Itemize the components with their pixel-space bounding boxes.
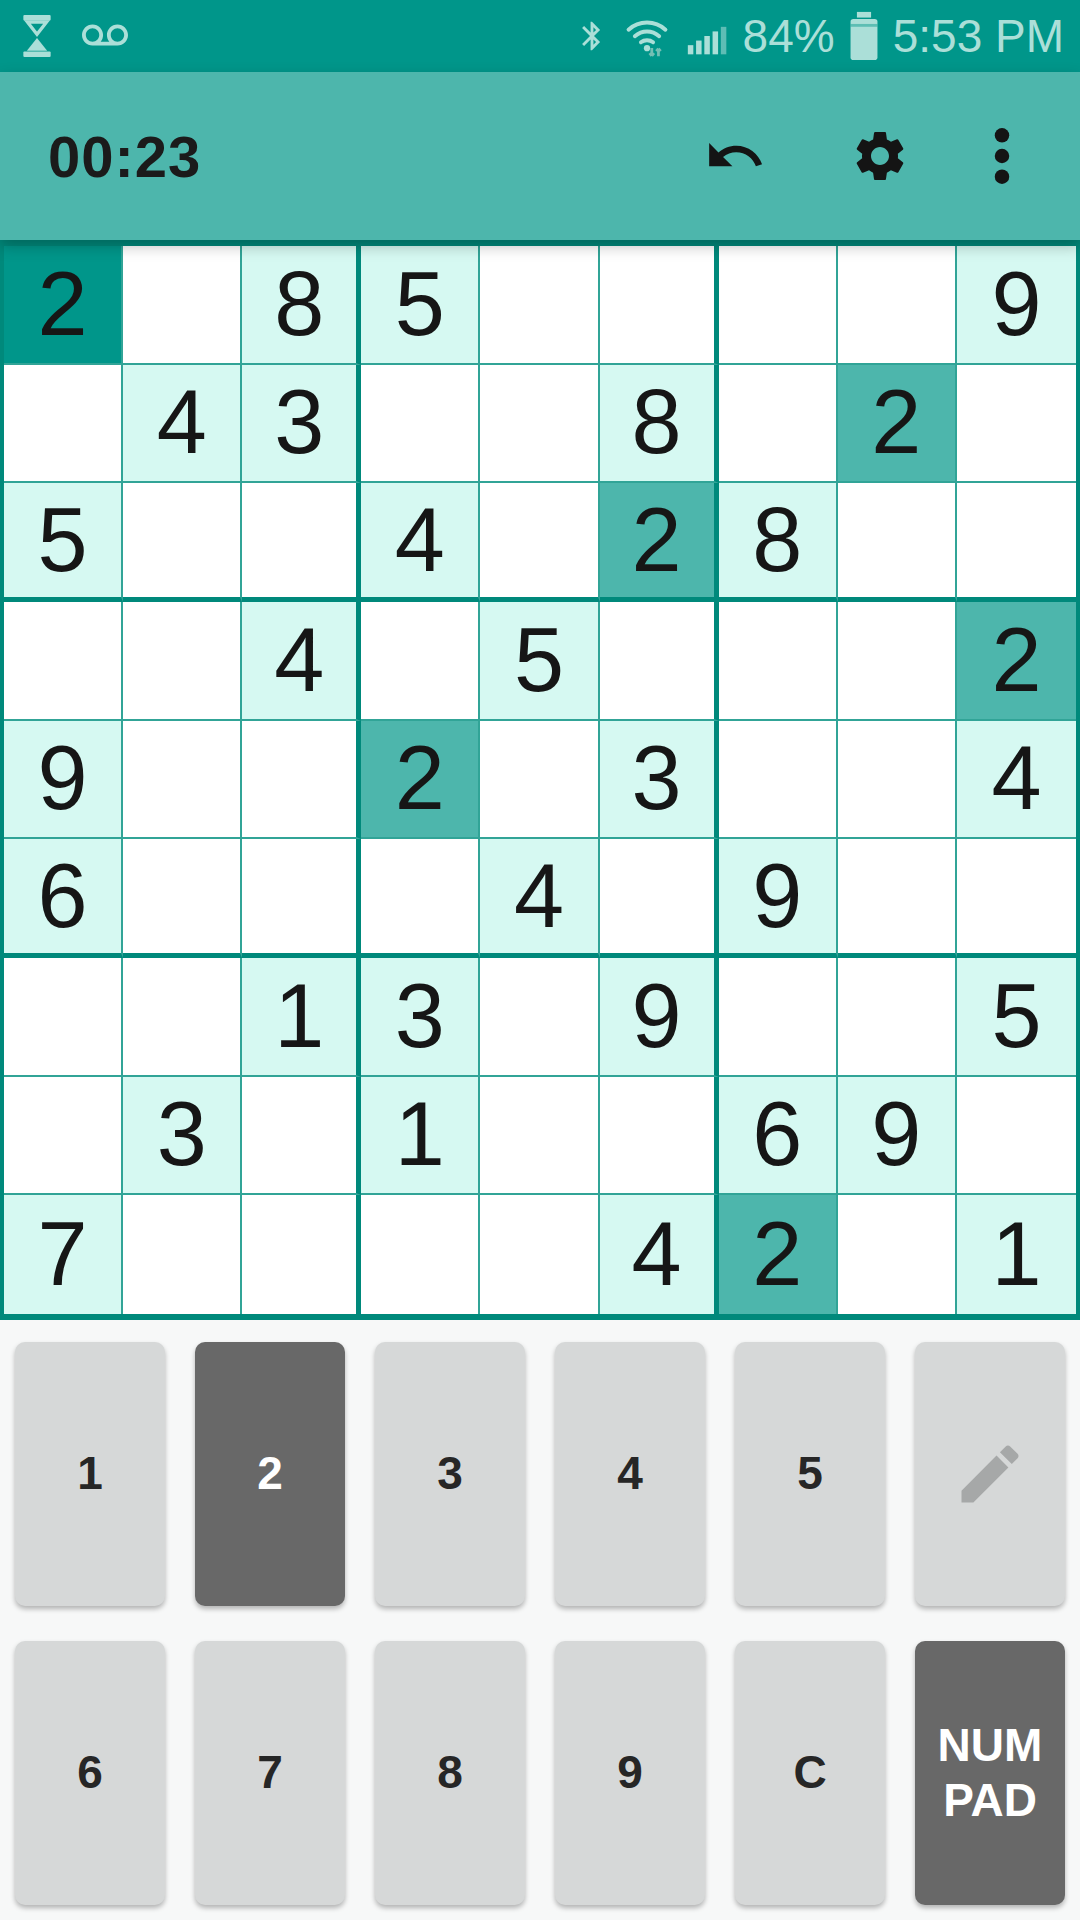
settings-button[interactable] — [850, 126, 910, 186]
sudoku-cell-r9c3[interactable] — [242, 1195, 361, 1314]
numpad-key-6[interactable]: 6 — [15, 1641, 165, 1905]
sudoku-cell-r5c8[interactable] — [838, 721, 957, 840]
sudoku-cell-r2c9[interactable] — [957, 365, 1076, 484]
pencil-button[interactable] — [915, 1342, 1065, 1606]
status-bar-left — [16, 13, 134, 59]
sudoku-cell-r5c4[interactable]: 2 — [361, 721, 480, 840]
sudoku-cell-r4c2[interactable] — [123, 602, 242, 721]
sudoku-cell-r1c3[interactable]: 8 — [242, 246, 361, 365]
numpad-key-3[interactable]: 3 — [375, 1342, 525, 1606]
bluetooth-icon — [575, 14, 609, 58]
sudoku-cell-r5c7[interactable] — [719, 721, 838, 840]
sudoku-cell-r3c2[interactable] — [123, 483, 242, 602]
sudoku-cell-r8c7[interactable]: 6 — [719, 1077, 838, 1196]
sudoku-cell-r1c9[interactable]: 9 — [957, 246, 1076, 365]
voicemail-icon — [76, 13, 134, 59]
numpad-row1: 12345 — [15, 1342, 1065, 1606]
sudoku-cell-r1c1[interactable]: 2 — [4, 246, 123, 365]
numpad-key-5[interactable]: 5 — [735, 1342, 885, 1606]
sudoku-cell-r5c2[interactable] — [123, 721, 242, 840]
numpad-key-4[interactable]: 4 — [555, 1342, 705, 1606]
sudoku-cell-r1c5[interactable] — [480, 246, 599, 365]
sudoku-cell-r9c1[interactable]: 7 — [4, 1195, 123, 1314]
sudoku-cell-r4c1[interactable] — [4, 602, 123, 721]
numpad-key-7[interactable]: 7 — [195, 1641, 345, 1905]
undo-icon — [704, 125, 766, 187]
sudoku-cell-r9c2[interactable] — [123, 1195, 242, 1314]
numpad-key-num-pad[interactable]: NUM PAD — [915, 1641, 1065, 1905]
sudoku-cell-r8c6[interactable] — [600, 1077, 719, 1196]
sudoku-cell-r7c8[interactable] — [838, 958, 957, 1077]
sudoku-cell-r5c3[interactable] — [242, 721, 361, 840]
sudoku-cell-r7c1[interactable] — [4, 958, 123, 1077]
sudoku-cell-r1c2[interactable] — [123, 246, 242, 365]
numpad-key-9[interactable]: 9 — [555, 1641, 705, 1905]
sudoku-cell-r6c4[interactable] — [361, 839, 480, 958]
sudoku-cell-r1c8[interactable] — [838, 246, 957, 365]
clock-time: 5:53 PM — [893, 13, 1064, 59]
signal-icon — [685, 14, 731, 58]
sudoku-cell-r6c9[interactable] — [957, 839, 1076, 958]
wifi-icon — [621, 12, 673, 60]
sudoku-cell-r5c9[interactable]: 4 — [957, 721, 1076, 840]
sudoku-cell-r1c4[interactable]: 5 — [361, 246, 480, 365]
sudoku-cell-r8c5[interactable] — [480, 1077, 599, 1196]
sudoku-cell-r6c6[interactable] — [600, 839, 719, 958]
numpad-row2: 6789CNUM PAD — [15, 1641, 1065, 1905]
app-bar: 00:23 — [0, 72, 1080, 240]
sudoku-cell-r4c4[interactable] — [361, 602, 480, 721]
sudoku-cell-r6c2[interactable] — [123, 839, 242, 958]
sudoku-cell-r4c5[interactable]: 5 — [480, 602, 599, 721]
sudoku-cell-r2c2[interactable]: 4 — [123, 365, 242, 484]
number-pad: 12345 6789CNUM PAD — [0, 1320, 1080, 1905]
sudoku-cell-r3c7[interactable]: 8 — [719, 483, 838, 602]
sudoku-cell-r7c4[interactable]: 3 — [361, 958, 480, 1077]
sudoku-cell-r8c4[interactable]: 1 — [361, 1077, 480, 1196]
overflow-menu-button[interactable] — [994, 125, 1010, 187]
sudoku-board: 2859438254284529234649139531697421 — [0, 240, 1080, 1320]
sudoku-cell-r7c3[interactable]: 1 — [242, 958, 361, 1077]
sudoku-cell-r2c3[interactable]: 3 — [242, 365, 361, 484]
sudoku-cell-r7c2[interactable] — [123, 958, 242, 1077]
numpad-key-1[interactable]: 1 — [15, 1342, 165, 1606]
sudoku-cell-r6c7[interactable]: 9 — [719, 839, 838, 958]
sudoku-cell-r7c9[interactable]: 5 — [957, 958, 1076, 1077]
settings-gear-icon — [850, 126, 910, 186]
sudoku-cell-r1c7[interactable] — [719, 246, 838, 365]
sudoku-cell-r9c4[interactable] — [361, 1195, 480, 1314]
sudoku-cell-r2c8[interactable]: 2 — [838, 365, 957, 484]
sudoku-cell-r2c1[interactable] — [4, 365, 123, 484]
sudoku-cell-r8c3[interactable] — [242, 1077, 361, 1196]
sudoku-cell-r2c4[interactable] — [361, 365, 480, 484]
numpad-key-8[interactable]: 8 — [375, 1641, 525, 1905]
sudoku-cell-r5c5[interactable] — [480, 721, 599, 840]
overflow-menu-icon — [994, 125, 1010, 187]
sudoku-cell-r9c8[interactable] — [838, 1195, 957, 1314]
sudoku-cell-r3c9[interactable] — [957, 483, 1076, 602]
sudoku-cell-r6c1[interactable]: 6 — [4, 839, 123, 958]
sudoku-cell-r3c5[interactable] — [480, 483, 599, 602]
sudoku-cell-r2c6[interactable]: 8 — [600, 365, 719, 484]
sudoku-cell-r8c1[interactable] — [4, 1077, 123, 1196]
numpad-key-2[interactable]: 2 — [195, 1342, 345, 1606]
undo-button[interactable] — [704, 125, 766, 187]
sudoku-cell-r8c2[interactable]: 3 — [123, 1077, 242, 1196]
sudoku-cell-r3c6[interactable]: 2 — [600, 483, 719, 602]
hourglass-icon — [16, 13, 58, 59]
status-bar: 84% 5:53 PM — [0, 0, 1080, 72]
sudoku-cell-r3c4[interactable]: 4 — [361, 483, 480, 602]
sudoku-cell-r7c6[interactable]: 9 — [600, 958, 719, 1077]
sudoku-cell-r5c6[interactable]: 3 — [600, 721, 719, 840]
sudoku-cell-r4c7[interactable] — [719, 602, 838, 721]
sudoku-cell-r9c6[interactable]: 4 — [600, 1195, 719, 1314]
sudoku-cell-r7c5[interactable] — [480, 958, 599, 1077]
sudoku-cell-r3c1[interactable]: 5 — [4, 483, 123, 602]
sudoku-cell-r4c6[interactable] — [600, 602, 719, 721]
sudoku-cell-r6c8[interactable] — [838, 839, 957, 958]
sudoku-cell-r4c3[interactable]: 4 — [242, 602, 361, 721]
sudoku-cell-r3c3[interactable] — [242, 483, 361, 602]
sudoku-cell-r8c9[interactable] — [957, 1077, 1076, 1196]
sudoku-cell-r4c9[interactable]: 2 — [957, 602, 1076, 721]
numpad-key-c[interactable]: C — [735, 1641, 885, 1905]
battery-percent: 84% — [743, 13, 835, 59]
sudoku-cell-r8c8[interactable]: 9 — [838, 1077, 957, 1196]
sudoku-cell-r4c8[interactable] — [838, 602, 957, 721]
sudoku-cell-r2c7[interactable] — [719, 365, 838, 484]
game-timer: 00:23 — [48, 123, 201, 190]
sudoku-cell-r2c5[interactable] — [480, 365, 599, 484]
sudoku-cell-r1c6[interactable] — [600, 246, 719, 365]
sudoku-cell-r6c3[interactable] — [242, 839, 361, 958]
pencil-icon — [952, 1436, 1028, 1512]
sudoku-cell-r3c8[interactable] — [838, 483, 957, 602]
sudoku-cell-r7c7[interactable] — [719, 958, 838, 1077]
sudoku-cell-r9c5[interactable] — [480, 1195, 599, 1314]
sudoku-cell-r6c5[interactable]: 4 — [480, 839, 599, 958]
sudoku-cell-r9c9[interactable]: 1 — [957, 1195, 1076, 1314]
battery-icon — [847, 10, 881, 62]
sudoku-cell-r9c7[interactable]: 2 — [719, 1195, 838, 1314]
sudoku-cell-r5c1[interactable]: 9 — [4, 721, 123, 840]
status-bar-right: 84% 5:53 PM — [575, 10, 1064, 62]
